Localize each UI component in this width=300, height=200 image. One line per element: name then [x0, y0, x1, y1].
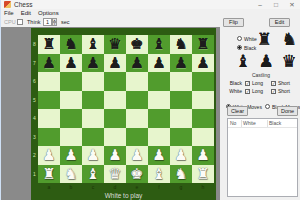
- square-a1[interactable]: ♜: [38, 165, 60, 184]
- rank-label-8: 8: [31, 35, 38, 54]
- square-g4[interactable]: [170, 109, 192, 128]
- file-labels: abcdefgh: [38, 183, 214, 191]
- black-pawn: ♟: [152, 54, 165, 72]
- file-label-e: e: [126, 183, 148, 191]
- square-c8[interactable]: ♝: [82, 35, 104, 54]
- square-g3[interactable]: [170, 128, 192, 147]
- rank-labels: 87654321: [31, 35, 38, 183]
- white-pawn: ♟: [64, 146, 77, 164]
- black-pawn: ♟: [108, 54, 121, 72]
- app-icon: [4, 1, 11, 8]
- black-knight-icon: ♞: [281, 29, 296, 50]
- black-pawn: ♟: [174, 54, 187, 72]
- done-button[interactable]: Done: [277, 106, 298, 116]
- edit-position-panel: White Black ♜♞♝♟♛ Castling Black Long Sh…: [220, 27, 300, 200]
- menu-edit[interactable]: Edit: [21, 9, 31, 17]
- square-c5[interactable]: [82, 91, 104, 110]
- square-d5[interactable]: [104, 91, 126, 110]
- board-grid: ♜♞♝♛♚♝♞♜♟♟♟♟♟♟♟♟♟♟♟♟♟♟♟♟♜♞♝♛♚♝♞♜: [38, 35, 214, 183]
- black-queen-icon: ♛: [281, 51, 296, 72]
- white-pawn: ♟: [196, 146, 209, 164]
- square-f5[interactable]: [148, 91, 170, 110]
- rank-label-1: 1: [31, 165, 38, 184]
- black-rook: ♜: [42, 35, 55, 53]
- square-d6[interactable]: [104, 72, 126, 91]
- menu-bar: File Edit Options: [1, 9, 300, 17]
- square-e3[interactable]: [126, 128, 148, 147]
- black-pawn: ♟: [42, 54, 55, 72]
- square-h8[interactable]: ♜: [192, 35, 214, 54]
- square-f7[interactable]: ♟: [148, 54, 170, 73]
- file-label-f: f: [148, 183, 170, 191]
- black-rook: ♜: [196, 35, 209, 53]
- square-e7[interactable]: ♟: [126, 54, 148, 73]
- square-b4[interactable]: [60, 109, 82, 128]
- black-rook-icon: ♜: [256, 29, 271, 50]
- black-pawn: ♟: [64, 54, 77, 72]
- square-h7[interactable]: ♟: [192, 54, 214, 73]
- white-pawn: ♟: [108, 146, 121, 164]
- square-d7[interactable]: ♟: [104, 54, 126, 73]
- square-a6[interactable]: [38, 72, 60, 91]
- white-bishop: ♝: [86, 165, 99, 183]
- square-g7[interactable]: ♟: [170, 54, 192, 73]
- square-b6[interactable]: [60, 72, 82, 91]
- square-e6[interactable]: [126, 72, 148, 91]
- black-bishop-icon: ♝: [235, 51, 250, 72]
- white-rook: ♜: [42, 165, 55, 183]
- castling-black-row: Black Long Short: [220, 80, 300, 87]
- square-g6[interactable]: [170, 72, 192, 91]
- rank-label-7: 7: [31, 54, 38, 73]
- file-label-d: d: [104, 183, 126, 191]
- rank-label-5: 5: [31, 91, 38, 110]
- square-d3[interactable]: [104, 128, 126, 147]
- square-a4[interactable]: [38, 109, 60, 128]
- white-queen: ♛: [108, 165, 121, 183]
- cpu-label: CPU: [4, 19, 16, 25]
- white-king: ♚: [130, 165, 143, 183]
- square-c4[interactable]: [82, 109, 104, 128]
- square-f1[interactable]: ♝: [148, 165, 170, 184]
- clear-button[interactable]: Clear: [227, 106, 248, 116]
- menu-options[interactable]: Options: [38, 9, 59, 17]
- square-d8[interactable]: ♛: [104, 35, 126, 54]
- black-pawn: ♟: [86, 54, 99, 72]
- palette-bishop[interactable]: ♝: [235, 50, 251, 72]
- square-b3[interactable]: [60, 128, 82, 147]
- square-b1[interactable]: ♞: [60, 165, 82, 184]
- square-a5[interactable]: [38, 91, 60, 110]
- white-long-checkbox[interactable]: [245, 89, 250, 94]
- square-c2[interactable]: ♟: [82, 146, 104, 165]
- black-long-checkbox[interactable]: [245, 81, 250, 86]
- rank-label-4: 4: [31, 109, 38, 128]
- castling-title: Castling: [230, 72, 292, 78]
- square-f2[interactable]: ♟: [148, 146, 170, 165]
- black-pawn: ♟: [196, 54, 209, 72]
- square-f8[interactable]: ♝: [148, 35, 170, 54]
- black-knight: ♞: [64, 35, 77, 53]
- think-spinner: ▲ ▼: [52, 18, 57, 26]
- square-b8[interactable]: ♞: [60, 35, 82, 54]
- square-g8[interactable]: ♞: [170, 35, 192, 54]
- square-h2[interactable]: ♟: [192, 146, 214, 165]
- window-title: Chess: [14, 1, 32, 8]
- square-f3[interactable]: [148, 128, 170, 147]
- sec-label: sec: [61, 19, 70, 25]
- rank-label-6: 6: [31, 72, 38, 91]
- palette-knight[interactable]: ♞: [281, 28, 297, 50]
- square-e4[interactable]: [126, 109, 148, 128]
- white-pawn: ♟: [42, 146, 55, 164]
- flip-button[interactable]: Flip: [223, 18, 244, 27]
- square-d4[interactable]: [104, 109, 126, 128]
- black-bishop: ♝: [86, 35, 99, 53]
- black-pawn: ♟: [130, 54, 143, 72]
- move-list-header: No White Black: [228, 119, 297, 128]
- square-d1[interactable]: ♛: [104, 165, 126, 184]
- square-h4[interactable]: [192, 109, 214, 128]
- edit-button[interactable]: Edit: [269, 18, 290, 27]
- square-a7[interactable]: ♟: [38, 54, 60, 73]
- move-list[interactable]: No White Black: [227, 118, 298, 197]
- file-label-b: b: [60, 183, 82, 191]
- white-knight: ♞: [64, 165, 77, 183]
- square-c3[interactable]: [82, 128, 104, 147]
- file-label-h: h: [192, 183, 214, 191]
- think-label: Think: [27, 19, 40, 25]
- white-rook: ♜: [196, 165, 209, 183]
- white-knight: ♞: [174, 165, 187, 183]
- rank-label-3: 3: [31, 128, 38, 147]
- square-b5[interactable]: [60, 91, 82, 110]
- square-g1[interactable]: ♞: [170, 165, 192, 184]
- square-c1[interactable]: ♝: [82, 165, 104, 184]
- rank-label-2: 2: [31, 146, 38, 165]
- square-f6[interactable]: [148, 72, 170, 91]
- square-d2[interactable]: ♟: [104, 146, 126, 165]
- toolbar: CPU Think 1 ▲ ▼ sec Flip Edit: [1, 17, 300, 27]
- black-short-checkbox[interactable]: [271, 81, 276, 86]
- black-moves-radio-icon[interactable]: [265, 104, 270, 109]
- square-e1[interactable]: ♚: [126, 165, 148, 184]
- cpu-checkbox[interactable]: [17, 19, 23, 25]
- square-a3[interactable]: [38, 128, 60, 147]
- white-short-checkbox[interactable]: [271, 89, 276, 94]
- square-h1[interactable]: ♜: [192, 165, 214, 184]
- square-a2[interactable]: ♟: [38, 146, 60, 165]
- square-h6[interactable]: [192, 72, 214, 91]
- square-a8[interactable]: ♜: [38, 35, 60, 54]
- file-label-a: a: [38, 183, 60, 191]
- square-e2[interactable]: ♟: [126, 146, 148, 165]
- square-b2[interactable]: ♟: [60, 146, 82, 165]
- white-bishop: ♝: [152, 165, 165, 183]
- black-queen: ♛: [108, 35, 121, 53]
- black-bishop: ♝: [152, 35, 165, 53]
- square-c6[interactable]: [82, 72, 104, 91]
- think-seconds-input[interactable]: 1: [43, 18, 52, 26]
- square-b7[interactable]: ♟: [60, 54, 82, 73]
- square-e5[interactable]: [126, 91, 148, 110]
- palette-rook[interactable]: ♜: [256, 28, 272, 50]
- side-to-move-radios: White Moves Black Moves: [220, 97, 300, 104]
- file-label-g: g: [170, 183, 192, 191]
- white-pawn: ♟: [86, 146, 99, 164]
- chess-board: 87654321 ♜♞♝♛♚♝♞♜♟♟♟♟♟♟♟♟♟♟♟♟♟♟♟♟♜♞♝♛♚♝♞…: [31, 28, 216, 200]
- square-g5[interactable]: [170, 91, 192, 110]
- white-pawn: ♟: [152, 146, 165, 164]
- square-h3[interactable]: [192, 128, 214, 147]
- square-f4[interactable]: [148, 109, 170, 128]
- square-e8[interactable]: ♚: [126, 35, 148, 54]
- turn-status: White to play: [31, 191, 216, 200]
- black-pawn-icon: ♟: [258, 51, 273, 72]
- palette-pawn[interactable]: ♟: [258, 50, 274, 72]
- black-king: ♚: [130, 35, 143, 53]
- menu-file[interactable]: File: [4, 9, 14, 17]
- main-area: 87654321 ♜♞♝♛♚♝♞♜♟♟♟♟♟♟♟♟♟♟♟♟♟♟♟♟♜♞♝♛♚♝♞…: [1, 27, 300, 200]
- spinner-down-icon[interactable]: ▼: [52, 22, 57, 26]
- white-pawn: ♟: [174, 146, 187, 164]
- square-c7[interactable]: ♟: [82, 54, 104, 73]
- file-label-c: c: [82, 183, 104, 191]
- square-g2[interactable]: ♟: [170, 146, 192, 165]
- castling-white-row: White Long Short: [220, 88, 300, 95]
- square-h5[interactable]: [192, 91, 214, 110]
- palette-queen[interactable]: ♛: [281, 50, 297, 72]
- white-pawn: ♟: [130, 146, 143, 164]
- black-knight: ♞: [174, 35, 187, 53]
- chess-window: Chess – □ ✕ File Edit Options CPU Think …: [0, 0, 300, 200]
